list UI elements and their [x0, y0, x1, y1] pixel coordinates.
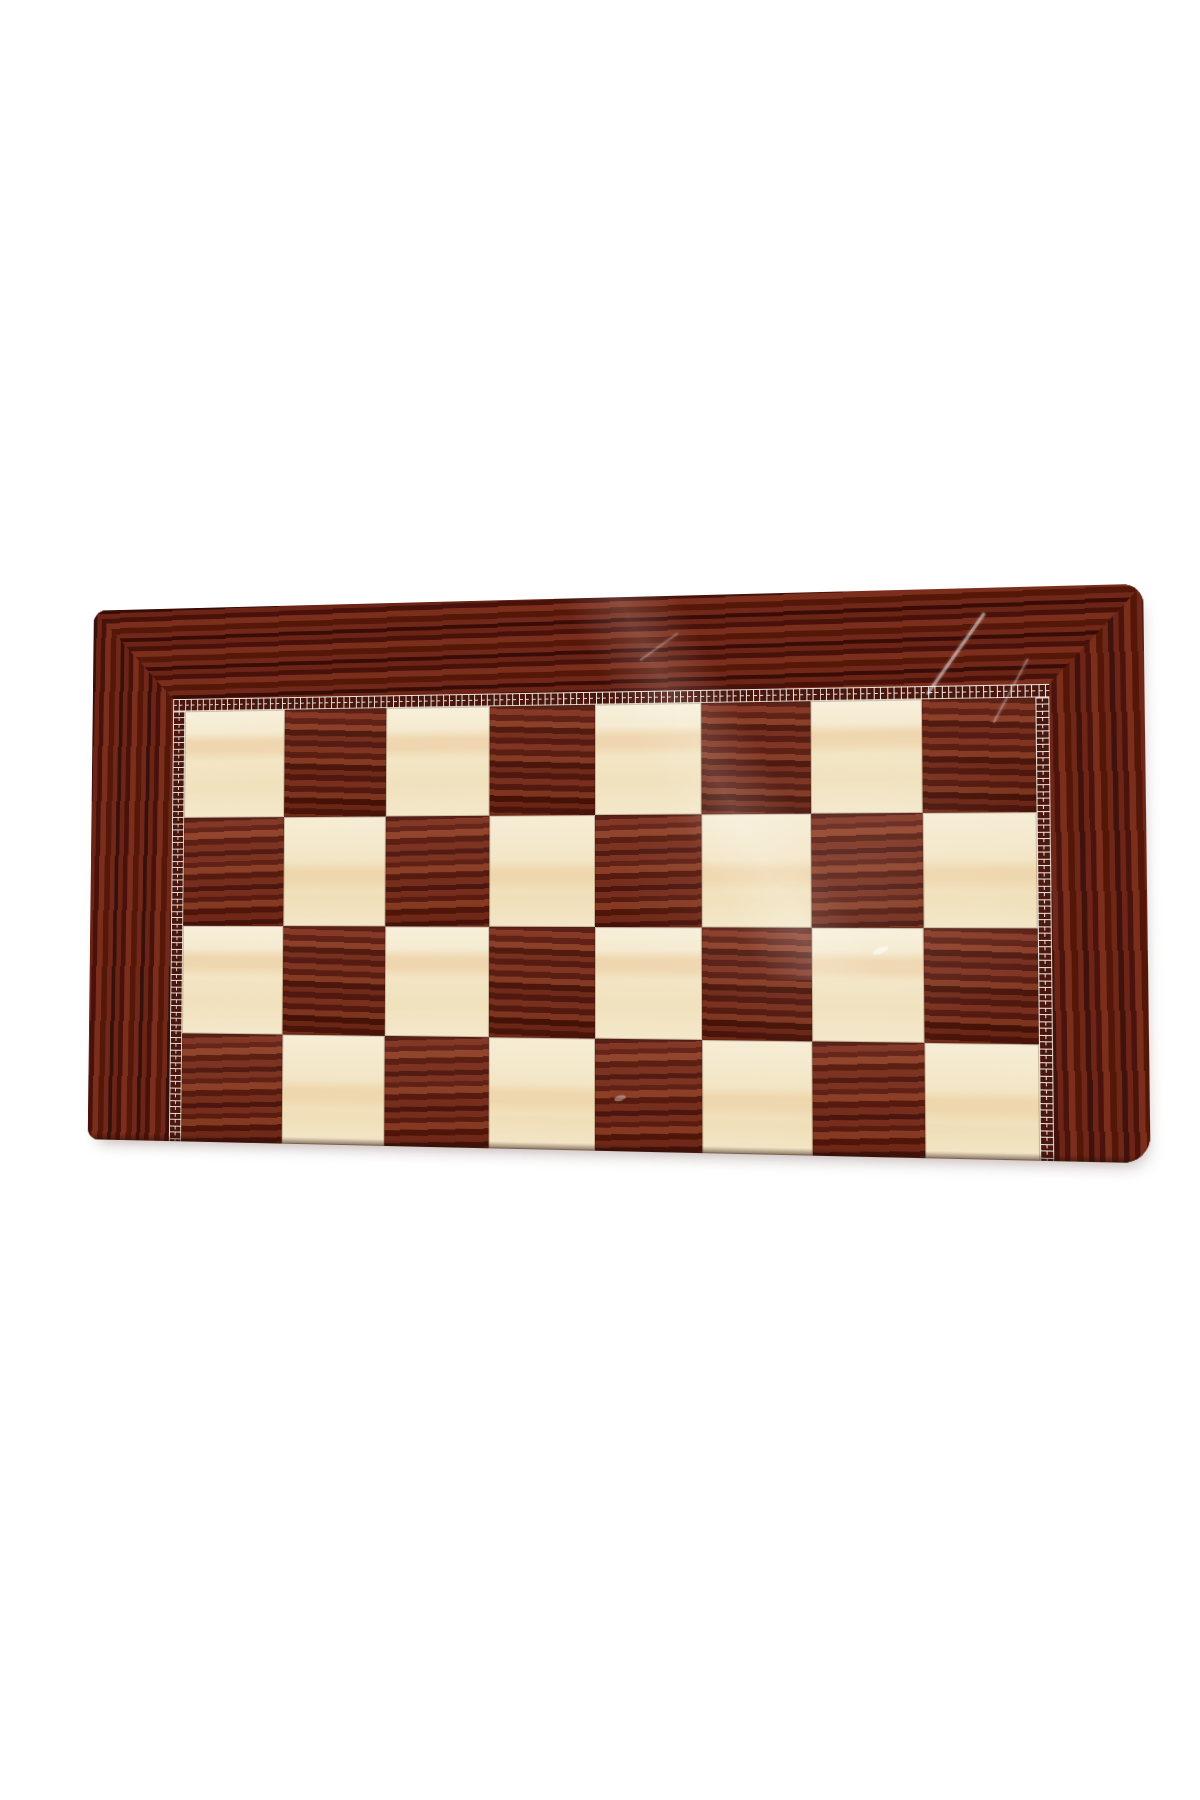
square-r1-c7 [811, 699, 923, 814]
square-r1-c2 [284, 708, 386, 817]
square-r1-c1 [184, 710, 285, 818]
square-r1-c4 [489, 705, 594, 816]
square-r4-c4 [488, 1037, 594, 1151]
square-r4-c2 [282, 1034, 385, 1146]
square-r3-c4 [489, 926, 595, 1038]
square-r1-c3 [386, 706, 490, 816]
square-r3-c8 [924, 928, 1039, 1044]
square-r2-c5 [595, 815, 703, 927]
square-r2-c1 [183, 817, 284, 925]
square-r4-c5 [595, 1038, 703, 1153]
square-r1-c5 [595, 703, 702, 815]
square-r2-c6 [702, 814, 812, 927]
square-r4-c6 [702, 1040, 813, 1156]
square-r2-c7 [811, 813, 923, 927]
square-r3-c2 [282, 926, 385, 1036]
square-r2-c3 [385, 816, 489, 926]
square-r2-c4 [489, 815, 595, 926]
square-r2-c8 [923, 812, 1038, 928]
square-r4-c1 [181, 1033, 282, 1144]
square-r3-c7 [812, 927, 925, 1042]
chess-board-wrapper [88, 584, 1151, 1164]
chess-board [88, 584, 1151, 1164]
square-r4-c8 [925, 1043, 1041, 1161]
square-r3-c1 [182, 925, 283, 1034]
square-r1-c6 [702, 701, 812, 814]
square-r3-c6 [702, 927, 812, 1041]
square-r4-c7 [812, 1041, 925, 1158]
square-r3-c3 [385, 926, 489, 1037]
board-grid [181, 698, 1040, 1161]
square-r4-c3 [384, 1036, 489, 1149]
board-frame-right [1048, 584, 1150, 1164]
square-r2-c2 [283, 817, 385, 926]
square-r3-c5 [595, 927, 703, 1040]
product-photo-background [0, 0, 1200, 1800]
playing-field [169, 684, 1054, 1161]
board-frame-top [93, 584, 1145, 701]
square-r1-c8 [922, 698, 1037, 814]
board-frame-left [88, 609, 174, 1141]
